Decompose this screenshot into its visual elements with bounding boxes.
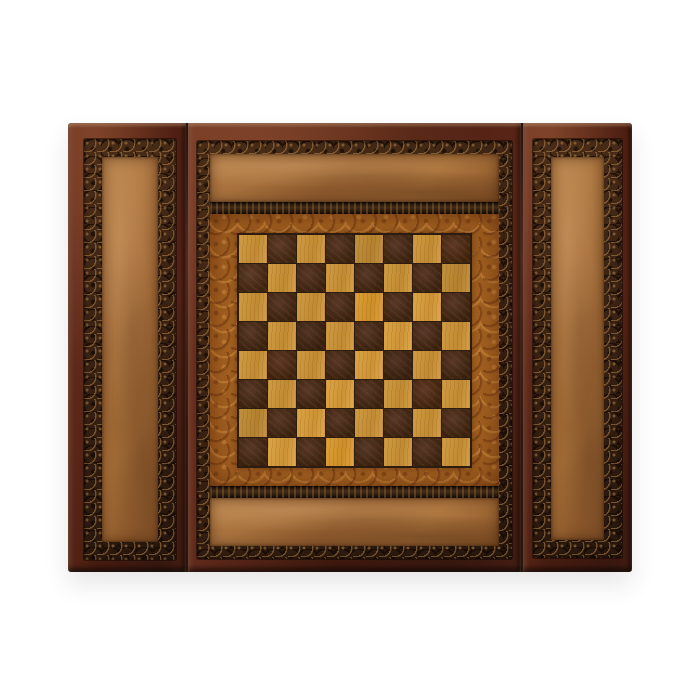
square-g7[interactable] bbox=[413, 264, 441, 292]
square-c5[interactable] bbox=[297, 322, 325, 350]
top-leather-band bbox=[210, 154, 499, 202]
square-h8[interactable] bbox=[442, 235, 470, 263]
game-table-top bbox=[68, 123, 632, 572]
right-leaf-leather-inlay bbox=[551, 157, 604, 540]
right-leaf-panel bbox=[523, 123, 632, 572]
square-f1[interactable] bbox=[384, 438, 412, 466]
bottom-embossed-divider bbox=[210, 486, 499, 498]
square-h1[interactable] bbox=[442, 438, 470, 466]
square-h2[interactable] bbox=[442, 409, 470, 437]
bottom-leather-band bbox=[210, 498, 499, 546]
square-g5[interactable] bbox=[413, 322, 441, 350]
square-c8[interactable] bbox=[297, 235, 325, 263]
square-e3[interactable] bbox=[355, 380, 383, 408]
square-f2[interactable] bbox=[384, 409, 412, 437]
square-a7[interactable] bbox=[239, 264, 267, 292]
right-leaf-tooled-scroll-border bbox=[533, 139, 622, 558]
square-g2[interactable] bbox=[413, 409, 441, 437]
square-h5[interactable] bbox=[442, 322, 470, 350]
square-h4[interactable] bbox=[442, 351, 470, 379]
center-tooled-scroll-border bbox=[197, 141, 512, 559]
square-d3[interactable] bbox=[326, 380, 354, 408]
square-d7[interactable] bbox=[326, 264, 354, 292]
square-e8[interactable] bbox=[355, 235, 383, 263]
square-a6[interactable] bbox=[239, 293, 267, 321]
square-a8[interactable] bbox=[239, 235, 267, 263]
square-g1[interactable] bbox=[413, 438, 441, 466]
square-c3[interactable] bbox=[297, 380, 325, 408]
square-f8[interactable] bbox=[384, 235, 412, 263]
square-b1[interactable] bbox=[268, 438, 296, 466]
left-leaf-panel bbox=[68, 123, 186, 572]
square-f7[interactable] bbox=[384, 264, 412, 292]
chessboard bbox=[237, 233, 472, 468]
square-e2[interactable] bbox=[355, 409, 383, 437]
center-content bbox=[210, 154, 499, 546]
square-e5[interactable] bbox=[355, 322, 383, 350]
square-c7[interactable] bbox=[297, 264, 325, 292]
square-h3[interactable] bbox=[442, 380, 470, 408]
left-leaf-tooled-scroll-border bbox=[84, 139, 176, 560]
square-a4[interactable] bbox=[239, 351, 267, 379]
square-e7[interactable] bbox=[355, 264, 383, 292]
square-b8[interactable] bbox=[268, 235, 296, 263]
square-d1[interactable] bbox=[326, 438, 354, 466]
square-c4[interactable] bbox=[297, 351, 325, 379]
square-d4[interactable] bbox=[326, 351, 354, 379]
square-b2[interactable] bbox=[268, 409, 296, 437]
burl-board-surround bbox=[210, 214, 499, 486]
square-d5[interactable] bbox=[326, 322, 354, 350]
square-a3[interactable] bbox=[239, 380, 267, 408]
square-b7[interactable] bbox=[268, 264, 296, 292]
square-f4[interactable] bbox=[384, 351, 412, 379]
square-g4[interactable] bbox=[413, 351, 441, 379]
square-e1[interactable] bbox=[355, 438, 383, 466]
square-g8[interactable] bbox=[413, 235, 441, 263]
square-e6[interactable] bbox=[355, 293, 383, 321]
square-a5[interactable] bbox=[239, 322, 267, 350]
center-panel bbox=[188, 123, 521, 572]
square-c6[interactable] bbox=[297, 293, 325, 321]
square-b4[interactable] bbox=[268, 351, 296, 379]
square-e4[interactable] bbox=[355, 351, 383, 379]
square-b5[interactable] bbox=[268, 322, 296, 350]
square-c2[interactable] bbox=[297, 409, 325, 437]
square-d6[interactable] bbox=[326, 293, 354, 321]
square-b6[interactable] bbox=[268, 293, 296, 321]
square-a1[interactable] bbox=[239, 438, 267, 466]
square-a2[interactable] bbox=[239, 409, 267, 437]
square-h7[interactable] bbox=[442, 264, 470, 292]
square-f3[interactable] bbox=[384, 380, 412, 408]
square-b3[interactable] bbox=[268, 380, 296, 408]
left-leaf-leather-inlay bbox=[102, 157, 158, 542]
square-g3[interactable] bbox=[413, 380, 441, 408]
square-h6[interactable] bbox=[442, 293, 470, 321]
square-c1[interactable] bbox=[297, 438, 325, 466]
product-photo bbox=[0, 0, 700, 700]
square-d2[interactable] bbox=[326, 409, 354, 437]
square-d8[interactable] bbox=[326, 235, 354, 263]
square-f6[interactable] bbox=[384, 293, 412, 321]
square-f5[interactable] bbox=[384, 322, 412, 350]
top-embossed-divider bbox=[210, 202, 499, 214]
square-g6[interactable] bbox=[413, 293, 441, 321]
